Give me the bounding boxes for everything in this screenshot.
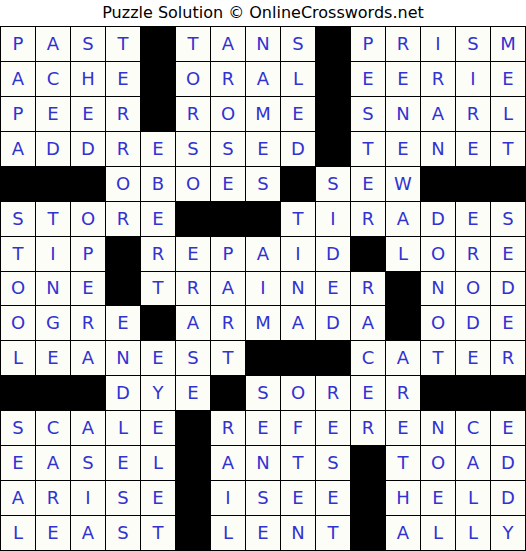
cell-r6c4: R <box>106 202 140 236</box>
cell-r15c5: T <box>141 516 175 550</box>
cell-r4c1: A <box>1 132 35 166</box>
cell-r1c9: S <box>281 27 315 61</box>
cell-r12c3: A <box>71 411 105 445</box>
cell-r11c10: R <box>316 376 350 410</box>
cell-r9c3: R <box>71 306 105 340</box>
cell-r3c9: E <box>281 97 315 131</box>
cell-r10c15: R <box>491 341 525 375</box>
block-r5c15 <box>491 167 525 201</box>
cell-r12c4: L <box>106 411 140 445</box>
cell-r13c3: S <box>71 446 105 480</box>
cell-r12c5: E <box>141 411 175 445</box>
cell-r10c12: A <box>386 341 420 375</box>
block-r5c1 <box>1 167 35 201</box>
block-r9c12 <box>386 306 420 340</box>
block-r5c13 <box>421 167 455 201</box>
cell-r9c4: E <box>106 306 140 340</box>
cell-r12c14: C <box>456 411 490 445</box>
cell-r5c6: O <box>176 167 210 201</box>
cell-r11c11: E <box>351 376 385 410</box>
cell-r3c15: L <box>491 97 525 131</box>
cell-r5c12: W <box>386 167 420 201</box>
block-r7c4 <box>106 237 140 271</box>
cell-r13c5: L <box>141 446 175 480</box>
cell-r11c6: E <box>176 376 210 410</box>
cell-r4c9: D <box>281 132 315 166</box>
block-r11c15 <box>491 376 525 410</box>
cell-r6c3: O <box>71 202 105 236</box>
cell-r7c9: I <box>281 237 315 271</box>
cell-r15c14: L <box>456 516 490 550</box>
cell-r6c14: E <box>456 202 490 236</box>
cell-r13c9: T <box>281 446 315 480</box>
cell-r11c9: O <box>281 376 315 410</box>
cell-r13c14: A <box>456 446 490 480</box>
cell-r10c3: A <box>71 341 105 375</box>
cell-r15c4: S <box>106 516 140 550</box>
cell-r4c2: D <box>36 132 70 166</box>
cell-r7c3: P <box>71 237 105 271</box>
cell-r8c6: R <box>176 272 210 306</box>
cell-r8c9: N <box>281 272 315 306</box>
cell-r2c14: I <box>456 62 490 96</box>
cell-r4c4: R <box>106 132 140 166</box>
cell-r3c11: S <box>351 97 385 131</box>
cell-r2c12: E <box>386 62 420 96</box>
cell-r3c4: R <box>106 97 140 131</box>
cell-r6c5: E <box>141 202 175 236</box>
cell-r9c8: M <box>246 306 280 340</box>
cell-r12c13: N <box>421 411 455 445</box>
cell-r3c12: N <box>386 97 420 131</box>
cell-r15c1: L <box>1 516 35 550</box>
cell-r10c11: C <box>351 341 385 375</box>
cell-r1c12: R <box>386 27 420 61</box>
cell-r14c2: R <box>36 481 70 515</box>
cell-r4c8: E <box>246 132 280 166</box>
cell-r5c5: B <box>141 167 175 201</box>
cell-r13c10: S <box>316 446 350 480</box>
block-r8c4 <box>106 272 140 306</box>
cell-r12c11: R <box>351 411 385 445</box>
cell-r14c9: E <box>281 481 315 515</box>
block-r5c14 <box>456 167 490 201</box>
block-r8c12 <box>386 272 420 306</box>
cell-r8c13: N <box>421 272 455 306</box>
block-r10c8 <box>246 341 280 375</box>
cell-r15c10: T <box>316 516 350 550</box>
cell-r13c8: N <box>246 446 280 480</box>
cell-r10c5: E <box>141 341 175 375</box>
cell-r5c10: S <box>316 167 350 201</box>
cell-r2c3: H <box>71 62 105 96</box>
cell-r7c13: O <box>421 237 455 271</box>
cell-r12c2: C <box>36 411 70 445</box>
cell-r14c14: L <box>456 481 490 515</box>
cell-r7c10: D <box>316 237 350 271</box>
cell-r15c9: N <box>281 516 315 550</box>
cell-r1c13: I <box>421 27 455 61</box>
cell-r9c2: G <box>36 306 70 340</box>
cell-r13c1: E <box>1 446 35 480</box>
cell-r8c8: I <box>246 272 280 306</box>
cell-r1c6: T <box>176 27 210 61</box>
cell-r5c11: E <box>351 167 385 201</box>
cell-r10c2: E <box>36 341 70 375</box>
block-r7c11 <box>351 237 385 271</box>
cell-r9c10: D <box>316 306 350 340</box>
block-r14c6 <box>176 481 210 515</box>
cell-r10c14: E <box>456 341 490 375</box>
cell-r9c6: A <box>176 306 210 340</box>
cell-r3c14: R <box>456 97 490 131</box>
cell-r4c5: E <box>141 132 175 166</box>
cell-r14c1: A <box>1 481 35 515</box>
cell-r8c14: O <box>456 272 490 306</box>
cell-r10c7: T <box>211 341 245 375</box>
cell-r13c15: D <box>491 446 525 480</box>
cell-r15c15: Y <box>491 516 525 550</box>
cell-r15c12: A <box>386 516 420 550</box>
cell-r2c15: E <box>491 62 525 96</box>
cell-r2c11: E <box>351 62 385 96</box>
cell-r10c4: N <box>106 341 140 375</box>
cell-r1c3: S <box>71 27 105 61</box>
block-r10c9 <box>281 341 315 375</box>
cell-r11c12: R <box>386 376 420 410</box>
cell-r14c13: E <box>421 481 455 515</box>
block-r11c2 <box>36 376 70 410</box>
cell-r4c11: T <box>351 132 385 166</box>
cell-r4c12: E <box>386 132 420 166</box>
cell-r3c13: A <box>421 97 455 131</box>
block-r13c6 <box>176 446 210 480</box>
cell-r12c8: E <box>246 411 280 445</box>
cell-r7c8: A <box>246 237 280 271</box>
cell-r1c11: P <box>351 27 385 61</box>
block-r5c2 <box>36 167 70 201</box>
cell-r7c1: T <box>1 237 35 271</box>
block-r3c10 <box>316 97 350 131</box>
cell-r6c15: S <box>491 202 525 236</box>
cell-r3c2: E <box>36 97 70 131</box>
cell-r1c15: M <box>491 27 525 61</box>
block-r11c14 <box>456 376 490 410</box>
cell-r2c13: R <box>421 62 455 96</box>
cell-r14c7: I <box>211 481 245 515</box>
cell-r9c14: D <box>456 306 490 340</box>
cell-r10c6: S <box>176 341 210 375</box>
cell-r11c8: S <box>246 376 280 410</box>
cell-r12c1: S <box>1 411 35 445</box>
cell-r14c10: E <box>316 481 350 515</box>
cell-r3c7: O <box>211 97 245 131</box>
cell-r8c1: O <box>1 272 35 306</box>
cell-r5c4: O <box>106 167 140 201</box>
cell-r1c1: P <box>1 27 35 61</box>
cell-r9c15: E <box>491 306 525 340</box>
cell-r9c1: O <box>1 306 35 340</box>
cell-r12c12: E <box>386 411 420 445</box>
block-r6c6 <box>176 202 210 236</box>
cell-r11c5: Y <box>141 376 175 410</box>
block-r11c13 <box>421 376 455 410</box>
crossword-grid: PASTTANSPRISMACHEORALEERIEPEERROMESNARLA… <box>0 26 526 551</box>
block-r2c10 <box>316 62 350 96</box>
cell-r3c6: R <box>176 97 210 131</box>
block-r11c3 <box>71 376 105 410</box>
cell-r6c9: T <box>281 202 315 236</box>
cell-r13c7: A <box>211 446 245 480</box>
block-r1c5 <box>141 27 175 61</box>
cell-r4c3: D <box>71 132 105 166</box>
cell-r14c4: S <box>106 481 140 515</box>
cell-r13c12: T <box>386 446 420 480</box>
cell-r12c9: F <box>281 411 315 445</box>
cell-r7c7: P <box>211 237 245 271</box>
block-r13c11 <box>351 446 385 480</box>
cell-r15c8: E <box>246 516 280 550</box>
cell-r2c9: L <box>281 62 315 96</box>
block-r11c1 <box>1 376 35 410</box>
cell-r6c11: R <box>351 202 385 236</box>
cell-r8c11: R <box>351 272 385 306</box>
cell-r2c7: R <box>211 62 245 96</box>
cell-r7c2: I <box>36 237 70 271</box>
cell-r9c7: R <box>211 306 245 340</box>
cell-r4c15: T <box>491 132 525 166</box>
cell-r5c7: E <box>211 167 245 201</box>
cell-r8c2: N <box>36 272 70 306</box>
cell-r12c7: R <box>211 411 245 445</box>
cell-r1c14: S <box>456 27 490 61</box>
block-r5c9 <box>281 167 315 201</box>
cell-r2c6: O <box>176 62 210 96</box>
block-r2c5 <box>141 62 175 96</box>
cell-r14c8: S <box>246 481 280 515</box>
block-r15c6 <box>176 516 210 550</box>
block-r3c5 <box>141 97 175 131</box>
cell-r4c14: E <box>456 132 490 166</box>
cell-r3c1: P <box>1 97 35 131</box>
cell-r8c10: E <box>316 272 350 306</box>
cell-r14c3: I <box>71 481 105 515</box>
cell-r4c13: N <box>421 132 455 166</box>
cell-r15c13: L <box>421 516 455 550</box>
cell-r6c13: D <box>421 202 455 236</box>
block-r9c5 <box>141 306 175 340</box>
cell-r12c10: E <box>316 411 350 445</box>
cell-r8c5: T <box>141 272 175 306</box>
cell-r3c3: E <box>71 97 105 131</box>
block-r1c10 <box>316 27 350 61</box>
cell-r14c5: E <box>141 481 175 515</box>
cell-r6c12: A <box>386 202 420 236</box>
cell-r10c1: L <box>1 341 35 375</box>
cell-r12c15: E <box>491 411 525 445</box>
block-r6c7 <box>211 202 245 236</box>
cell-r9c11: A <box>351 306 385 340</box>
cell-r13c4: E <box>106 446 140 480</box>
cell-r9c13: O <box>421 306 455 340</box>
cell-r2c1: A <box>1 62 35 96</box>
cell-r7c5: R <box>141 237 175 271</box>
block-r15c11 <box>351 516 385 550</box>
cell-r14c15: D <box>491 481 525 515</box>
page-title: Puzzle Solution © OnlineCrosswords.net <box>0 0 526 26</box>
block-r10c10 <box>316 341 350 375</box>
cell-r15c3: A <box>71 516 105 550</box>
cell-r5c8: S <box>246 167 280 201</box>
cell-r1c2: A <box>36 27 70 61</box>
cell-r8c15: D <box>491 272 525 306</box>
cell-r1c7: A <box>211 27 245 61</box>
cell-r11c4: D <box>106 376 140 410</box>
cell-r1c8: N <box>246 27 280 61</box>
block-r12c6 <box>176 411 210 445</box>
cell-r7c15: E <box>491 237 525 271</box>
cell-r7c12: L <box>386 237 420 271</box>
cell-r6c2: T <box>36 202 70 236</box>
cell-r10c13: T <box>421 341 455 375</box>
cell-r6c10: I <box>316 202 350 236</box>
cell-r13c13: O <box>421 446 455 480</box>
cell-r9c9: A <box>281 306 315 340</box>
cell-r7c6: E <box>176 237 210 271</box>
cell-r15c7: L <box>211 516 245 550</box>
cell-r8c7: A <box>211 272 245 306</box>
block-r6c8 <box>246 202 280 236</box>
cell-r13c2: A <box>36 446 70 480</box>
cell-r2c2: C <box>36 62 70 96</box>
block-r5c3 <box>71 167 105 201</box>
cell-r8c3: E <box>71 272 105 306</box>
cell-r7c14: R <box>456 237 490 271</box>
cell-r4c7: S <box>211 132 245 166</box>
cell-r6c1: S <box>1 202 35 236</box>
block-r14c11 <box>351 481 385 515</box>
cell-r1c4: T <box>106 27 140 61</box>
block-r4c10 <box>316 132 350 166</box>
cell-r14c12: H <box>386 481 420 515</box>
cell-r3c8: M <box>246 97 280 131</box>
cell-r2c8: A <box>246 62 280 96</box>
cell-r4c6: S <box>176 132 210 166</box>
cell-r2c4: E <box>106 62 140 96</box>
block-r11c7 <box>211 376 245 410</box>
cell-r15c2: E <box>36 516 70 550</box>
